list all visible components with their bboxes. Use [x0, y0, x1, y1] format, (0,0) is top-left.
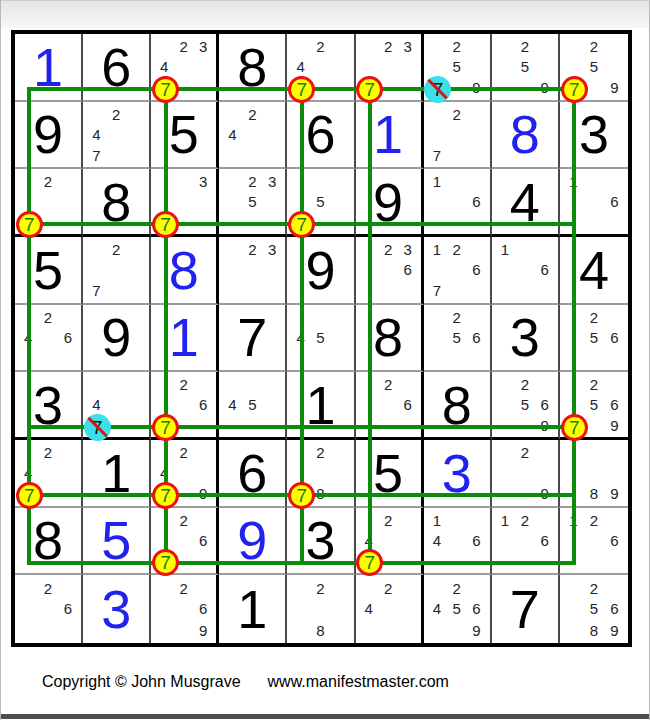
pencil-mark: 6	[603, 394, 625, 414]
cell-r8c7[interactable]: 146	[424, 508, 492, 576]
pencil-mark: 5	[242, 191, 263, 211]
cell-r8c2[interactable]: 5	[83, 508, 151, 576]
pencil-mark: 3	[397, 239, 418, 259]
given-digit: 3	[560, 102, 628, 168]
pencil-mark: 4	[290, 56, 311, 76]
pencil-mark: 2	[446, 578, 467, 599]
pencil-mark: 2	[37, 442, 58, 462]
cell-r6c7[interactable]: 8	[424, 372, 492, 440]
cell-r9c9[interactable]: 25689	[560, 575, 628, 643]
pencil-mark: 4	[86, 394, 107, 414]
pencil-mark: 7	[86, 145, 107, 165]
cell-r5c5[interactable]: 45	[287, 305, 355, 373]
pencil-mark: 9	[193, 483, 214, 503]
cell-r2c3[interactable]: 5	[151, 102, 219, 170]
window-top-strip	[1, 0, 649, 28]
cell-r4c7[interactable]: 1267	[424, 237, 492, 305]
cell-r7c5[interactable]: 28	[287, 440, 355, 508]
pencil-mark: 4	[18, 327, 39, 347]
cell-r6c8[interactable]: 2569	[492, 372, 560, 440]
placed-digit: 3	[83, 575, 149, 643]
given-digit: 6	[287, 102, 353, 168]
cell-r8c6[interactable]: 24	[356, 508, 424, 576]
cell-r3c2[interactable]: 8	[83, 169, 151, 237]
cell-r5c6[interactable]: 8	[356, 305, 424, 373]
placed-digit: 1	[356, 102, 421, 168]
cell-r7c1[interactable]: 24	[15, 440, 83, 508]
pencil-mark: 9	[193, 620, 214, 641]
cell-r3c6[interactable]: 9	[356, 169, 424, 237]
pencil-mark: 2	[378, 239, 399, 259]
sudoku-board: 1623482423259259259924752461278328323559…	[11, 30, 632, 647]
given-digit: 7	[492, 575, 558, 643]
cell-r4c5[interactable]: 9	[287, 237, 355, 305]
pencil-mark: 2	[173, 36, 194, 56]
placed-digit: 5	[83, 508, 149, 574]
cell-r9c5[interactable]: 28	[287, 575, 355, 643]
cell-r1c8[interactable]: 259	[492, 34, 560, 102]
given-digit: 4	[492, 169, 558, 234]
cell-r7c3[interactable]: 249	[151, 440, 219, 508]
pencil-mark: 5	[242, 394, 263, 414]
pencil-mark: 5	[446, 327, 467, 347]
pencil-mark: 3	[397, 36, 418, 56]
pencil-mark: 2	[173, 375, 194, 395]
pencil-mark: 1	[426, 239, 447, 259]
given-digit: 1	[219, 575, 285, 643]
pencil-mark: 4	[222, 124, 243, 144]
pencil-mark: 7	[86, 280, 107, 300]
given-digit: 6	[219, 440, 285, 506]
cell-r3c9[interactable]: 16	[560, 169, 628, 237]
pencil-mark: 6	[534, 259, 555, 279]
cell-r3c3[interactable]: 3	[151, 169, 219, 237]
pencil-mark: 6	[57, 327, 78, 347]
pencil-mark: 5	[583, 394, 605, 414]
pencil-mark: 2	[106, 104, 127, 124]
pencil-mark: 4	[358, 530, 379, 550]
pencil-mark: 4	[222, 394, 243, 414]
cell-r8c4[interactable]: 9	[219, 508, 287, 576]
cell-r8c8[interactable]: 126	[492, 508, 560, 576]
cell-r6c6[interactable]: 26	[356, 372, 424, 440]
website-link[interactable]: www.manifestmaster.com	[268, 673, 449, 690]
cell-r5c2[interactable]: 9	[83, 305, 151, 373]
pencil-mark: 9	[603, 620, 625, 641]
cell-r4c8[interactable]: 16	[492, 237, 560, 305]
pencil-mark: 3	[262, 172, 283, 192]
pencil-mark: 1	[563, 510, 585, 530]
pencil-mark: 2	[514, 510, 535, 530]
cell-r3c1[interactable]: 2	[15, 169, 83, 237]
placed-digit: 8	[492, 102, 558, 168]
placed-digit: 9	[219, 508, 285, 574]
cell-r4c9[interactable]: 4	[560, 237, 628, 305]
cell-r1c1[interactable]: 1	[15, 34, 83, 102]
cell-r2c1[interactable]: 9	[15, 102, 83, 170]
pencil-mark: 2	[242, 172, 263, 192]
cell-r9c3[interactable]: 269	[151, 575, 219, 643]
pencil-mark: 5	[310, 191, 331, 211]
cell-r4c3[interactable]: 8	[151, 237, 219, 305]
cell-r1c7[interactable]: 259	[424, 34, 492, 102]
cell-r7c4[interactable]: 6	[219, 440, 287, 508]
given-digit: 9	[356, 169, 421, 234]
pencil-mark: 4	[358, 598, 379, 619]
placed-digit: 8	[151, 237, 216, 303]
given-digit: 9	[15, 102, 81, 168]
cell-r9c6[interactable]: 24	[356, 575, 424, 643]
window-bottom-edge	[1, 714, 649, 719]
pencil-mark: 1	[494, 239, 515, 259]
given-digit: 3	[15, 372, 81, 437]
pencil-mark: 6	[466, 259, 487, 279]
pencil-mark: 2	[583, 578, 605, 599]
pencil-mark: 4	[426, 598, 447, 619]
given-digit: 3	[287, 508, 353, 574]
cell-r9c2[interactable]: 3	[83, 575, 151, 643]
cell-r5c8[interactable]: 3	[492, 305, 560, 373]
cell-r7c2[interactable]: 1	[83, 440, 151, 508]
cell-r2c5[interactable]: 6	[287, 102, 355, 170]
given-digit: 5	[15, 237, 81, 303]
cell-r9c1[interactable]: 26	[15, 575, 83, 643]
pencil-mark: 5	[446, 598, 467, 619]
cell-r1c9[interactable]: 259	[560, 34, 628, 102]
cell-r8c9[interactable]: 126	[560, 508, 628, 576]
pencil-mark: 4	[154, 462, 175, 482]
pencil-mark: 6	[466, 598, 487, 619]
cell-r1c2[interactable]: 6	[83, 34, 151, 102]
pencil-mark: 5	[514, 56, 535, 76]
pencil-mark: 2	[583, 307, 605, 327]
cell-r5c1[interactable]: 246	[15, 305, 83, 373]
given-digit: 8	[15, 508, 81, 574]
cell-r7c8[interactable]: 29	[492, 440, 560, 508]
cell-r2c4[interactable]: 24	[219, 102, 287, 170]
cell-r4c6[interactable]: 236	[356, 237, 424, 305]
pencil-mark: 9	[534, 77, 555, 97]
cell-r9c4[interactable]: 1	[219, 575, 287, 643]
pencil-mark: 5	[583, 327, 605, 347]
cell-r5c7[interactable]: 256	[424, 305, 492, 373]
pencil-mark: 2	[378, 510, 399, 530]
cell-r4c2[interactable]: 27	[83, 237, 151, 305]
pencil-mark: 9	[603, 483, 625, 503]
pencil-mark: 2	[242, 239, 263, 259]
pencil-mark: 6	[603, 598, 625, 619]
pencil-mark: 3	[193, 36, 214, 56]
pencil-mark: 1	[494, 510, 515, 530]
cell-r5c4[interactable]: 7	[219, 305, 287, 373]
pencil-mark: 8	[310, 483, 331, 503]
pencil-mark: 2	[37, 578, 58, 599]
cell-r6c9[interactable]: 2569	[560, 372, 628, 440]
pencil-mark: 2	[378, 36, 399, 56]
pencil-mark: 6	[193, 598, 214, 619]
given-digit: 9	[287, 237, 353, 303]
pencil-mark: 9	[534, 415, 555, 435]
pencil-mark: 4	[86, 124, 107, 144]
cell-r8c5[interactable]: 3	[287, 508, 355, 576]
cell-r2c6[interactable]: 1	[356, 102, 424, 170]
cell-r1c6[interactable]: 23	[356, 34, 424, 102]
pencil-mark: 5	[583, 598, 605, 619]
pencil-mark: 4	[18, 462, 39, 482]
pencil-mark: 2	[310, 442, 331, 462]
pencil-mark: 4	[154, 56, 175, 76]
cell-r2c9[interactable]: 3	[560, 102, 628, 170]
pencil-mark: 9	[603, 415, 625, 435]
pencil-mark: 1	[426, 510, 447, 530]
cell-r4c4[interactable]: 23	[219, 237, 287, 305]
pencil-mark: 2	[446, 307, 467, 327]
cell-r6c1[interactable]: 3	[15, 372, 83, 440]
pencil-mark: 2	[310, 36, 331, 56]
pencil-mark: 6	[534, 394, 555, 414]
given-digit: 1	[83, 440, 149, 506]
cell-r3c8[interactable]: 4	[492, 169, 560, 237]
cell-r9c8[interactable]: 7	[492, 575, 560, 643]
cell-r5c3[interactable]: 1	[151, 305, 219, 373]
cell-r2c8[interactable]: 8	[492, 102, 560, 170]
pencil-mark: 2	[446, 104, 467, 124]
cell-r9c7[interactable]: 24569	[424, 575, 492, 643]
pencil-mark: 6	[466, 530, 487, 550]
pencil-mark: 2	[106, 239, 127, 259]
pencil-mark: 3	[262, 239, 283, 259]
pencil-mark: 6	[397, 394, 418, 414]
given-digit: 5	[151, 102, 216, 168]
given-digit: 1	[287, 372, 353, 437]
pencil-mark: 9	[466, 620, 487, 641]
given-digit: 8	[356, 305, 421, 371]
page: 1623482423259259259924752461278328323559…	[0, 0, 650, 720]
cell-r1c3[interactable]: 234	[151, 34, 219, 102]
pencil-mark: 2	[446, 239, 467, 259]
pencil-mark: 2	[583, 510, 605, 530]
pencil-mark: 7	[426, 145, 447, 165]
footer: Copyright © John Musgravewww.manifestmas…	[42, 673, 449, 691]
pencil-mark: 2	[173, 510, 194, 530]
pencil-mark: 1	[563, 172, 585, 192]
cell-r1c5[interactable]: 24	[287, 34, 355, 102]
given-digit: 6	[83, 34, 149, 100]
placed-digit: 3	[424, 440, 490, 506]
pencil-mark: 5	[446, 56, 467, 76]
pencil-mark: 2	[173, 442, 194, 462]
pencil-mark: 6	[193, 530, 214, 550]
pencil-mark: 6	[193, 394, 214, 414]
pencil-mark: 2	[37, 307, 58, 327]
pencil-mark: 2	[310, 578, 331, 599]
pencil-mark: 8	[583, 620, 605, 641]
cell-r6c3[interactable]: 26	[151, 372, 219, 440]
pencil-mark: 2	[514, 36, 535, 56]
pencil-mark: 9	[466, 77, 487, 97]
cell-r8c1[interactable]: 8	[15, 508, 83, 576]
pencil-mark: 4	[290, 327, 311, 347]
cell-r7c6[interactable]: 5	[356, 440, 424, 508]
cell-r1c4[interactable]: 8	[219, 34, 287, 102]
given-digit: 8	[219, 34, 285, 100]
cell-r6c4[interactable]: 45	[219, 372, 287, 440]
cell-r6c2[interactable]: 4	[83, 372, 151, 440]
pencil-mark: 2	[583, 36, 605, 56]
pencil-mark: 2	[583, 375, 605, 395]
pencil-mark: 5	[514, 394, 535, 414]
pencil-mark: 2	[173, 578, 194, 599]
pencil-mark: 2	[37, 172, 58, 192]
given-digit: 8	[424, 372, 490, 437]
cell-r2c7[interactable]: 27	[424, 102, 492, 170]
pencil-mark: 3	[193, 172, 214, 192]
cell-r2c2[interactable]: 247	[83, 102, 151, 170]
given-digit: 8	[83, 169, 149, 234]
cell-r7c9[interactable]: 89	[560, 440, 628, 508]
pencil-mark: 1	[426, 172, 447, 192]
pencil-mark: 2	[446, 36, 467, 56]
pencil-mark: 6	[534, 530, 555, 550]
cell-r5c9[interactable]: 256	[560, 305, 628, 373]
cell-r4c1[interactable]: 5	[15, 237, 83, 305]
pencil-mark: 8	[310, 620, 331, 641]
cell-r7c7[interactable]: 3	[424, 440, 492, 508]
pencil-mark: 6	[603, 530, 625, 550]
pencil-mark: 7	[426, 280, 447, 300]
cell-r3c7[interactable]: 16	[424, 169, 492, 237]
pencil-mark: 4	[426, 530, 447, 550]
pencil-mark: 9	[603, 77, 625, 97]
pencil-mark: 6	[466, 327, 487, 347]
pencil-mark: 2	[514, 375, 535, 395]
pencil-mark: 8	[583, 483, 605, 503]
placed-digit: 1	[151, 305, 216, 371]
pencil-mark: 2	[514, 442, 535, 462]
cell-r3c5[interactable]: 5	[287, 169, 355, 237]
pencil-mark: 5	[583, 56, 605, 76]
pencil-mark: 6	[603, 191, 625, 211]
pencil-mark: 2	[378, 375, 399, 395]
pencil-mark: 6	[57, 598, 78, 619]
cell-r3c4[interactable]: 235	[219, 169, 287, 237]
copyright-text: Copyright © John Musgrave	[42, 673, 241, 690]
given-digit: 5	[356, 440, 421, 506]
cell-r8c3[interactable]: 26	[151, 508, 219, 576]
placed-digit: 1	[15, 34, 81, 100]
pencil-mark: 2	[378, 578, 399, 599]
given-digit: 9	[83, 305, 149, 371]
given-digit: 4	[560, 237, 628, 303]
pencil-mark: 6	[466, 191, 487, 211]
pencil-mark: 9	[534, 483, 555, 503]
pencil-mark: 6	[603, 327, 625, 347]
given-digit: 7	[219, 305, 285, 371]
pencil-mark: 6	[397, 259, 418, 279]
given-digit: 3	[492, 305, 558, 371]
pencil-mark: 2	[242, 104, 263, 124]
cell-r6c5[interactable]: 1	[287, 372, 355, 440]
pencil-mark: 5	[310, 327, 331, 347]
